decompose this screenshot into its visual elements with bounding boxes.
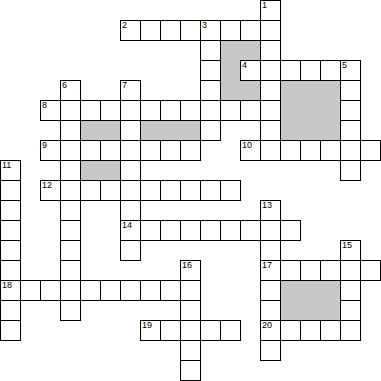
answer-cell[interactable] xyxy=(220,320,241,341)
answer-cell[interactable] xyxy=(280,260,301,281)
answer-cell[interactable] xyxy=(0,260,21,281)
answer-cell[interactable] xyxy=(340,100,361,121)
answer-cell[interactable] xyxy=(180,180,201,201)
answer-cell[interactable] xyxy=(340,300,361,321)
clue-number: 14 xyxy=(122,221,132,230)
answer-cell[interactable] xyxy=(260,20,281,41)
answer-cell[interactable] xyxy=(140,100,161,121)
answer-cell[interactable] xyxy=(60,220,81,241)
answer-cell[interactable] xyxy=(360,260,381,281)
clue-number: 9 xyxy=(42,141,47,150)
answer-cell[interactable] xyxy=(280,320,301,341)
answer-cell[interactable] xyxy=(140,180,161,201)
shaded-cell xyxy=(280,120,301,141)
answer-cell[interactable]: 6 xyxy=(60,80,81,101)
shaded-cell xyxy=(240,80,261,101)
answer-cell[interactable] xyxy=(340,160,361,181)
shaded-cell xyxy=(320,280,341,301)
answer-cell[interactable] xyxy=(260,120,281,141)
answer-cell[interactable] xyxy=(240,20,261,41)
answer-cell[interactable] xyxy=(140,20,161,41)
answer-cell[interactable] xyxy=(180,280,201,301)
answer-cell[interactable] xyxy=(260,240,281,261)
answer-cell[interactable] xyxy=(160,180,181,201)
answer-cell[interactable]: 14 xyxy=(120,220,141,241)
answer-cell[interactable] xyxy=(340,260,361,281)
answer-cell[interactable] xyxy=(180,320,201,341)
answer-cell[interactable] xyxy=(140,140,161,161)
answer-cell[interactable] xyxy=(240,220,261,241)
answer-cell[interactable] xyxy=(140,220,161,241)
answer-cell[interactable] xyxy=(200,100,221,121)
answer-cell[interactable] xyxy=(260,220,281,241)
shaded-cell xyxy=(240,40,261,61)
answer-cell[interactable] xyxy=(260,140,281,161)
shaded-cell xyxy=(280,100,301,121)
shaded-cell xyxy=(220,60,241,81)
shaded-cell xyxy=(300,300,321,321)
shaded-cell xyxy=(180,120,201,141)
shaded-cell xyxy=(140,120,161,141)
answer-cell[interactable] xyxy=(340,120,361,141)
answer-cell[interactable]: 5 xyxy=(340,60,361,81)
answer-cell[interactable] xyxy=(60,160,81,181)
answer-cell[interactable]: 16 xyxy=(180,260,201,281)
clue-number: 6 xyxy=(62,81,67,90)
answer-cell[interactable] xyxy=(280,140,301,161)
clue-number: 4 xyxy=(242,61,247,70)
answer-cell[interactable] xyxy=(260,340,281,361)
answer-cell[interactable] xyxy=(0,200,21,221)
answer-cell[interactable] xyxy=(60,200,81,221)
clue-number: 2 xyxy=(122,21,127,30)
answer-cell[interactable] xyxy=(60,140,81,161)
answer-cell[interactable] xyxy=(160,140,181,161)
answer-cell[interactable] xyxy=(220,100,241,121)
answer-cell[interactable] xyxy=(60,280,81,301)
answer-cell[interactable] xyxy=(300,260,321,281)
answer-cell[interactable]: 11 xyxy=(0,160,21,181)
answer-cell[interactable] xyxy=(360,140,381,161)
shaded-cell xyxy=(300,120,321,141)
answer-cell[interactable] xyxy=(60,120,81,141)
answer-cell[interactable]: 7 xyxy=(120,80,141,101)
answer-cell[interactable] xyxy=(120,120,141,141)
shaded-cell xyxy=(280,80,301,101)
answer-cell[interactable] xyxy=(120,240,141,261)
shaded-cell xyxy=(300,80,321,101)
shaded-cell xyxy=(220,40,241,61)
answer-cell[interactable] xyxy=(180,300,201,321)
answer-cell[interactable] xyxy=(60,180,81,201)
clue-number: 12 xyxy=(42,181,52,190)
answer-cell[interactable] xyxy=(340,140,361,161)
answer-cell[interactable] xyxy=(200,60,221,81)
answer-cell[interactable] xyxy=(340,280,361,301)
answer-cell[interactable] xyxy=(160,320,181,341)
answer-cell[interactable] xyxy=(300,60,321,81)
clue-number: 16 xyxy=(182,261,192,270)
clue-number: 1 xyxy=(262,1,267,10)
answer-cell[interactable] xyxy=(100,180,121,201)
shaded-cell xyxy=(280,300,301,321)
answer-cell[interactable] xyxy=(240,100,261,121)
answer-cell[interactable] xyxy=(120,180,141,201)
answer-cell[interactable] xyxy=(60,240,81,261)
shaded-cell xyxy=(300,280,321,301)
clue-number: 10 xyxy=(242,141,252,150)
answer-cell[interactable] xyxy=(260,80,281,101)
answer-cell[interactable] xyxy=(200,120,221,141)
answer-cell[interactable]: 12 xyxy=(40,180,61,201)
answer-cell[interactable] xyxy=(340,80,361,101)
answer-cell[interactable] xyxy=(180,100,201,121)
answer-cell[interactable] xyxy=(200,80,221,101)
answer-cell[interactable] xyxy=(60,100,81,121)
answer-cell[interactable] xyxy=(0,240,21,261)
answer-cell[interactable]: 20 xyxy=(260,320,281,341)
answer-cell[interactable] xyxy=(220,180,241,201)
answer-cell[interactable]: 9 xyxy=(40,140,61,161)
clue-number: 3 xyxy=(202,21,207,30)
answer-cell[interactable] xyxy=(160,280,181,301)
answer-cell[interactable] xyxy=(260,60,281,81)
shaded-cell xyxy=(320,300,341,321)
answer-cell[interactable] xyxy=(200,180,221,201)
answer-cell[interactable] xyxy=(260,300,281,321)
answer-cell[interactable] xyxy=(0,220,21,241)
answer-cell[interactable]: 1 xyxy=(260,0,281,21)
answer-cell[interactable] xyxy=(160,100,181,121)
answer-cell[interactable]: 3 xyxy=(200,20,221,41)
answer-cell[interactable] xyxy=(80,180,101,201)
answer-cell[interactable] xyxy=(140,280,161,301)
answer-cell[interactable] xyxy=(80,280,101,301)
answer-cell[interactable] xyxy=(220,220,241,241)
shaded-cell xyxy=(160,120,181,141)
shaded-cell xyxy=(320,80,341,101)
shaded-cell xyxy=(220,80,241,101)
answer-cell[interactable] xyxy=(120,100,141,121)
answer-cell[interactable] xyxy=(180,20,201,41)
shaded-cell xyxy=(320,100,341,121)
answer-cell[interactable] xyxy=(0,300,21,321)
answer-cell[interactable] xyxy=(300,140,321,161)
answer-cell[interactable] xyxy=(220,20,241,41)
answer-cell[interactable] xyxy=(200,220,221,241)
answer-cell[interactable]: 19 xyxy=(140,320,161,341)
answer-cell[interactable]: 2 xyxy=(120,20,141,41)
answer-cell[interactable] xyxy=(320,60,341,81)
answer-cell[interactable] xyxy=(300,320,321,341)
answer-cell[interactable] xyxy=(200,40,221,61)
answer-cell[interactable] xyxy=(60,260,81,281)
answer-cell[interactable] xyxy=(280,60,301,81)
answer-cell[interactable] xyxy=(80,140,101,161)
answer-cell[interactable] xyxy=(280,220,301,241)
answer-cell[interactable] xyxy=(60,300,81,321)
answer-cell[interactable] xyxy=(100,140,121,161)
shaded-cell xyxy=(320,120,341,141)
answer-cell[interactable] xyxy=(40,280,61,301)
answer-cell[interactable]: 8 xyxy=(40,100,61,121)
answer-cell[interactable]: 15 xyxy=(340,240,361,261)
answer-cell[interactable] xyxy=(180,360,201,381)
answer-cell[interactable]: 4 xyxy=(240,60,261,81)
answer-cell[interactable] xyxy=(160,20,181,41)
answer-cell[interactable] xyxy=(100,100,121,121)
answer-cell[interactable] xyxy=(180,140,201,161)
answer-cell[interactable] xyxy=(320,320,341,341)
answer-cell[interactable] xyxy=(120,140,141,161)
answer-cell[interactable] xyxy=(120,160,141,181)
answer-cell[interactable] xyxy=(80,100,101,121)
answer-cell[interactable] xyxy=(200,320,221,341)
clue-number: 15 xyxy=(342,241,352,250)
answer-cell[interactable] xyxy=(260,40,281,61)
answer-cell[interactable] xyxy=(120,280,141,301)
clue-number: 18 xyxy=(2,281,12,290)
shaded-cell xyxy=(300,100,321,121)
clue-number: 8 xyxy=(42,101,47,110)
answer-cell[interactable]: 10 xyxy=(240,140,261,161)
shaded-cell xyxy=(80,160,101,181)
answer-cell[interactable] xyxy=(320,140,341,161)
crossword-page: 1234567891011121314151617181920 xyxy=(0,0,381,381)
answer-cell[interactable] xyxy=(180,340,201,361)
answer-cell[interactable] xyxy=(20,280,41,301)
answer-cell[interactable] xyxy=(0,320,21,341)
answer-cell[interactable] xyxy=(340,320,361,341)
shaded-cell xyxy=(280,280,301,301)
answer-cell[interactable]: 13 xyxy=(260,200,281,221)
shaded-cell xyxy=(80,120,101,141)
answer-cell[interactable] xyxy=(180,220,201,241)
shaded-cell xyxy=(100,160,121,181)
answer-cell[interactable] xyxy=(260,280,281,301)
clue-number: 7 xyxy=(122,81,127,90)
answer-cell[interactable] xyxy=(120,200,141,221)
clue-number: 19 xyxy=(142,321,152,330)
answer-cell[interactable] xyxy=(100,280,121,301)
shaded-cell xyxy=(100,120,121,141)
clue-number: 20 xyxy=(262,321,272,330)
crossword-board: 1234567891011121314151617181920 xyxy=(0,0,381,381)
answer-cell[interactable]: 18 xyxy=(0,280,21,301)
answer-cell[interactable] xyxy=(160,220,181,241)
clue-number: 5 xyxy=(342,61,347,70)
clue-number: 13 xyxy=(262,201,272,210)
answer-cell[interactable] xyxy=(260,100,281,121)
answer-cell[interactable]: 17 xyxy=(260,260,281,281)
clue-number: 11 xyxy=(2,161,11,170)
clue-number: 17 xyxy=(262,261,272,270)
answer-cell[interactable] xyxy=(0,180,21,201)
answer-cell[interactable] xyxy=(320,260,341,281)
